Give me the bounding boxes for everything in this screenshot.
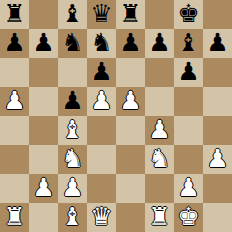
- square-c5[interactable]: ♟: [58, 87, 87, 116]
- chess-board-container: ♜♝♛♜♚♟♟♞♞♟♟♝♟♟♟♟♟♟♟♝♟♞♞♟♟♟♟♜♝♛♜♚: [0, 0, 232, 232]
- piece-black-knight[interactable]: ♞: [90, 28, 112, 57]
- square-d5[interactable]: ♟: [87, 87, 116, 116]
- square-e3[interactable]: [116, 145, 145, 174]
- square-d4[interactable]: [87, 116, 116, 145]
- square-a3[interactable]: [0, 145, 29, 174]
- square-f2[interactable]: [145, 174, 174, 203]
- square-e8[interactable]: ♜: [116, 0, 145, 29]
- piece-black-pawn[interactable]: ♟: [119, 28, 141, 57]
- square-f3[interactable]: ♞: [145, 145, 174, 174]
- square-e1[interactable]: [116, 203, 145, 232]
- piece-white-rook[interactable]: ♜: [148, 202, 170, 231]
- square-h4[interactable]: [203, 116, 232, 145]
- piece-black-bishop[interactable]: ♝: [61, 0, 83, 28]
- square-c7[interactable]: ♞: [58, 29, 87, 58]
- piece-black-pawn[interactable]: ♟: [177, 57, 199, 86]
- square-f5[interactable]: [145, 87, 174, 116]
- piece-black-bishop[interactable]: ♝: [177, 28, 199, 57]
- piece-black-pawn[interactable]: ♟: [3, 28, 25, 57]
- square-c3[interactable]: ♞: [58, 145, 87, 174]
- square-g4[interactable]: [174, 116, 203, 145]
- square-d3[interactable]: [87, 145, 116, 174]
- piece-black-pawn[interactable]: ♟: [61, 86, 83, 115]
- piece-black-pawn[interactable]: ♟: [148, 28, 170, 57]
- piece-white-pawn[interactable]: ♟: [119, 86, 141, 115]
- square-g3[interactable]: [174, 145, 203, 174]
- piece-white-knight[interactable]: ♞: [148, 144, 170, 173]
- piece-white-pawn[interactable]: ♟: [177, 173, 199, 202]
- piece-white-pawn[interactable]: ♟: [90, 86, 112, 115]
- square-d1[interactable]: ♛: [87, 203, 116, 232]
- square-d8[interactable]: ♛: [87, 0, 116, 29]
- piece-black-king[interactable]: ♚: [177, 0, 199, 28]
- piece-white-queen[interactable]: ♛: [90, 202, 112, 231]
- piece-white-bishop[interactable]: ♝: [61, 115, 83, 144]
- square-g6[interactable]: ♟: [174, 58, 203, 87]
- square-h5[interactable]: [203, 87, 232, 116]
- square-f1[interactable]: ♜: [145, 203, 174, 232]
- square-f6[interactable]: [145, 58, 174, 87]
- square-f7[interactable]: ♟: [145, 29, 174, 58]
- square-e5[interactable]: ♟: [116, 87, 145, 116]
- piece-black-pawn[interactable]: ♟: [206, 28, 228, 57]
- piece-white-pawn[interactable]: ♟: [148, 115, 170, 144]
- square-a5[interactable]: ♟: [0, 87, 29, 116]
- square-a2[interactable]: [0, 174, 29, 203]
- square-a7[interactable]: ♟: [0, 29, 29, 58]
- piece-black-queen[interactable]: ♛: [90, 0, 112, 28]
- piece-white-pawn[interactable]: ♟: [3, 86, 25, 115]
- square-e7[interactable]: ♟: [116, 29, 145, 58]
- square-b7[interactable]: ♟: [29, 29, 58, 58]
- square-c8[interactable]: ♝: [58, 0, 87, 29]
- piece-black-rook[interactable]: ♜: [3, 0, 25, 28]
- square-c6[interactable]: [58, 58, 87, 87]
- square-h6[interactable]: [203, 58, 232, 87]
- square-g8[interactable]: ♚: [174, 0, 203, 29]
- square-c1[interactable]: ♝: [58, 203, 87, 232]
- chess-board: ♜♝♛♜♚♟♟♞♞♟♟♝♟♟♟♟♟♟♟♝♟♞♞♟♟♟♟♜♝♛♜♚: [0, 0, 232, 232]
- square-b3[interactable]: [29, 145, 58, 174]
- square-d6[interactable]: ♟: [87, 58, 116, 87]
- piece-black-pawn[interactable]: ♟: [32, 28, 54, 57]
- square-b5[interactable]: [29, 87, 58, 116]
- piece-white-king[interactable]: ♚: [177, 202, 199, 231]
- square-b4[interactable]: [29, 116, 58, 145]
- piece-white-knight[interactable]: ♞: [61, 144, 83, 173]
- square-h7[interactable]: ♟: [203, 29, 232, 58]
- square-a4[interactable]: [0, 116, 29, 145]
- square-e2[interactable]: [116, 174, 145, 203]
- square-a8[interactable]: ♜: [0, 0, 29, 29]
- square-b1[interactable]: [29, 203, 58, 232]
- piece-black-knight[interactable]: ♞: [61, 28, 83, 57]
- square-b6[interactable]: [29, 58, 58, 87]
- square-e4[interactable]: [116, 116, 145, 145]
- square-c2[interactable]: ♟: [58, 174, 87, 203]
- square-h3[interactable]: ♟: [203, 145, 232, 174]
- square-h8[interactable]: [203, 0, 232, 29]
- piece-white-bishop[interactable]: ♝: [61, 202, 83, 231]
- square-f8[interactable]: [145, 0, 174, 29]
- square-f4[interactable]: ♟: [145, 116, 174, 145]
- square-g7[interactable]: ♝: [174, 29, 203, 58]
- square-a6[interactable]: [0, 58, 29, 87]
- square-b2[interactable]: ♟: [29, 174, 58, 203]
- square-a1[interactable]: ♜: [0, 203, 29, 232]
- square-h2[interactable]: [203, 174, 232, 203]
- square-g5[interactable]: [174, 87, 203, 116]
- piece-black-rook[interactable]: ♜: [119, 0, 141, 28]
- piece-white-pawn[interactable]: ♟: [206, 144, 228, 173]
- square-e6[interactable]: [116, 58, 145, 87]
- square-b8[interactable]: [29, 0, 58, 29]
- square-h1[interactable]: [203, 203, 232, 232]
- square-g2[interactable]: ♟: [174, 174, 203, 203]
- piece-white-pawn[interactable]: ♟: [61, 173, 83, 202]
- piece-white-rook[interactable]: ♜: [3, 202, 25, 231]
- square-g1[interactable]: ♚: [174, 203, 203, 232]
- piece-black-pawn[interactable]: ♟: [90, 57, 112, 86]
- square-c4[interactable]: ♝: [58, 116, 87, 145]
- square-d7[interactable]: ♞: [87, 29, 116, 58]
- square-d2[interactable]: [87, 174, 116, 203]
- piece-white-pawn[interactable]: ♟: [32, 173, 54, 202]
